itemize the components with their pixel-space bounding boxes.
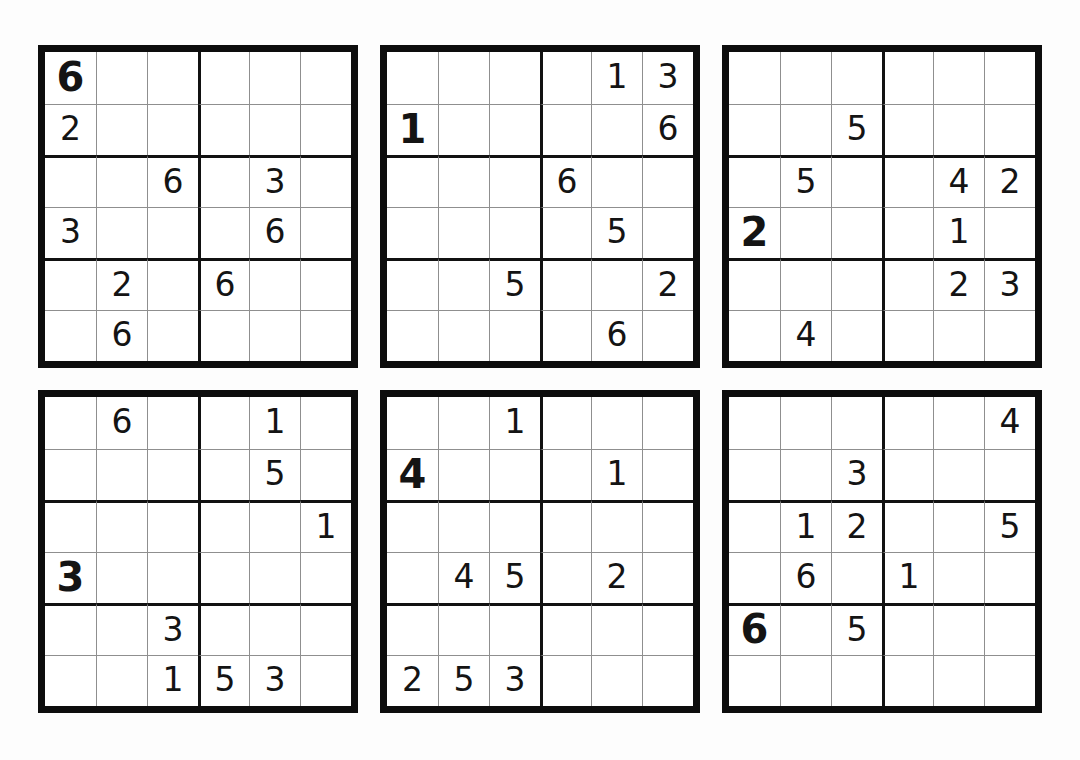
cell-r5c6[interactable]	[642, 603, 693, 655]
clue-digit: 3	[265, 165, 286, 198]
cell-r5c3[interactable]: 5	[489, 258, 540, 310]
cell-r4c1[interactable]	[387, 552, 438, 604]
clue-digit: 5	[847, 613, 868, 646]
cell-r3c5[interactable]	[591, 155, 642, 207]
cell-r1c1[interactable]	[45, 397, 96, 449]
sudoku-board-4: 615133153	[38, 390, 358, 713]
cell-r6c1[interactable]	[45, 655, 96, 707]
cell-r6c2[interactable]	[780, 655, 831, 707]
cell-r1c3[interactable]	[831, 397, 882, 449]
cell-r1c4[interactable]	[540, 52, 591, 104]
cell-r4c1[interactable]: 3	[45, 207, 96, 259]
clue-digit: 3	[658, 60, 679, 93]
cell-r4c4[interactable]	[882, 207, 933, 259]
cell-r3c1[interactable]	[45, 500, 96, 552]
cell-r1c6[interactable]: 4	[984, 397, 1035, 449]
cell-r1c3[interactable]: 1	[489, 397, 540, 449]
cell-r3c2[interactable]	[438, 155, 489, 207]
cell-r2c1[interactable]	[729, 104, 780, 156]
cell-r4c1[interactable]: 2	[729, 207, 780, 259]
clue-digit: 2	[607, 560, 628, 593]
cell-r2c6[interactable]	[984, 449, 1035, 501]
cell-r1c5[interactable]: 1	[591, 52, 642, 104]
clue-digit: 3	[1000, 268, 1021, 301]
clue-digit: 5	[505, 268, 526, 301]
cell-r3c1[interactable]	[387, 155, 438, 207]
cell-r3c1[interactable]	[729, 155, 780, 207]
cell-r5c4[interactable]	[540, 603, 591, 655]
cell-r1c2[interactable]	[438, 52, 489, 104]
bold-clue-digit: 4	[399, 454, 427, 494]
cell-r6c1[interactable]	[729, 655, 780, 707]
cell-r3c4[interactable]	[198, 155, 249, 207]
cell-r2c4[interactable]	[540, 449, 591, 501]
cell-r2c1[interactable]: 2	[45, 104, 96, 156]
cell-r1c5[interactable]	[933, 52, 984, 104]
cell-r5c3[interactable]: 5	[831, 603, 882, 655]
cell-r2c3[interactable]	[147, 449, 198, 501]
cell-r2c3[interactable]: 3	[831, 449, 882, 501]
clue-digit: 1	[949, 215, 970, 248]
cell-r4c1[interactable]	[729, 552, 780, 604]
cell-r4c5[interactable]: 2	[591, 552, 642, 604]
cell-r2c3[interactable]: 5	[831, 104, 882, 156]
cell-r6c1[interactable]	[387, 310, 438, 362]
clue-digit: 6	[265, 215, 286, 248]
cell-r6c6[interactable]	[642, 310, 693, 362]
clue-digit: 2	[949, 268, 970, 301]
cell-r5c6[interactable]: 2	[642, 258, 693, 310]
cell-r5c2[interactable]	[438, 258, 489, 310]
cell-r6c4[interactable]	[198, 310, 249, 362]
cell-r3c4[interactable]: 6	[540, 155, 591, 207]
clue-digit: 1	[607, 60, 628, 93]
cell-r2c2[interactable]	[438, 449, 489, 501]
cell-r1c1[interactable]	[387, 397, 438, 449]
cell-r2c1[interactable]	[729, 449, 780, 501]
cell-r2c3[interactable]	[147, 104, 198, 156]
clue-digit: 5	[215, 663, 236, 696]
cell-r4c4[interactable]	[198, 207, 249, 259]
cell-r4c6[interactable]	[984, 552, 1035, 604]
cell-r4c3[interactable]	[831, 552, 882, 604]
cell-r2c2[interactable]	[96, 449, 147, 501]
clue-digit: 6	[112, 405, 133, 438]
cell-r1c4[interactable]	[198, 52, 249, 104]
cell-r6c2[interactable]: 6	[96, 310, 147, 362]
cell-r2c6[interactable]	[984, 104, 1035, 156]
cell-r3c6[interactable]: 1	[300, 500, 351, 552]
cell-r1c6[interactable]	[300, 397, 351, 449]
clue-digit: 2	[658, 268, 679, 301]
cell-r5c5[interactable]	[249, 258, 300, 310]
clue-digit: 1	[163, 663, 184, 696]
cell-r2c6[interactable]: 6	[642, 104, 693, 156]
cell-r2c6[interactable]	[300, 449, 351, 501]
cell-r1c1[interactable]	[729, 52, 780, 104]
cell-r1c1[interactable]	[729, 397, 780, 449]
clue-digit: 3	[60, 215, 81, 248]
cell-r5c6[interactable]	[300, 258, 351, 310]
cell-r2c2[interactable]	[438, 104, 489, 156]
cell-r3c1[interactable]	[729, 500, 780, 552]
cell-r1c4[interactable]	[540, 397, 591, 449]
cell-r2c3[interactable]	[489, 449, 540, 501]
cell-r5c1[interactable]: 6	[729, 603, 780, 655]
bold-clue-digit: 3	[57, 557, 85, 597]
sudoku-board-5: 141452253	[380, 390, 700, 713]
cell-r4c3[interactable]: 5	[489, 552, 540, 604]
cell-r2c2[interactable]	[96, 104, 147, 156]
cell-r1c2[interactable]	[780, 397, 831, 449]
clue-digit: 1	[607, 457, 628, 490]
clue-digit: 2	[847, 510, 868, 543]
cell-r4c6[interactable]	[642, 552, 693, 604]
cell-r3c4[interactable]	[882, 155, 933, 207]
cell-r3c2[interactable]	[438, 500, 489, 552]
cell-r4c6[interactable]	[984, 207, 1035, 259]
bold-clue-digit: 1	[399, 109, 427, 149]
clue-digit: 5	[796, 165, 817, 198]
cell-r2c2[interactable]	[780, 449, 831, 501]
clue-digit: 3	[163, 613, 184, 646]
cell-r1c3[interactable]	[147, 397, 198, 449]
cell-r5c6[interactable]: 3	[984, 258, 1035, 310]
cell-r5c5[interactable]: 2	[933, 258, 984, 310]
clue-digit: 2	[402, 663, 423, 696]
cell-r3c3[interactable]	[489, 155, 540, 207]
cell-r6c3[interactable]: 1	[147, 655, 198, 707]
cell-r3c2[interactable]: 5	[780, 155, 831, 207]
cell-r4c4[interactable]	[540, 207, 591, 259]
cell-r3c6[interactable]: 5	[984, 500, 1035, 552]
bold-clue-digit: 6	[741, 609, 769, 649]
cell-r3c2[interactable]: 1	[780, 500, 831, 552]
sudoku-worksheet: 626336266 131665526 554221234 615133153 …	[0, 0, 1080, 760]
cell-r3c4[interactable]	[540, 500, 591, 552]
cell-r6c3[interactable]	[147, 310, 198, 362]
cell-r6c5[interactable]: 6	[591, 310, 642, 362]
cell-r3c1[interactable]	[387, 500, 438, 552]
clue-digit: 1	[796, 510, 817, 543]
cell-r6c5[interactable]: 3	[249, 655, 300, 707]
cell-r1c2[interactable]	[96, 52, 147, 104]
clue-digit: 4	[454, 560, 475, 593]
cell-r2c4[interactable]	[882, 104, 933, 156]
cell-r3c6[interactable]: 2	[984, 155, 1035, 207]
cell-r6c3[interactable]	[831, 655, 882, 707]
cell-r6c5[interactable]	[591, 655, 642, 707]
cell-r2c1[interactable]: 4	[387, 449, 438, 501]
cell-r2c4[interactable]	[198, 449, 249, 501]
cell-r6c3[interactable]: 3	[489, 655, 540, 707]
cell-r2c1[interactable]: 1	[387, 104, 438, 156]
clue-digit: 3	[505, 663, 526, 696]
cell-r6c3[interactable]	[831, 310, 882, 362]
cell-r3c5[interactable]: 4	[933, 155, 984, 207]
cell-r4c5[interactable]	[933, 552, 984, 604]
cell-r4c3[interactable]	[831, 207, 882, 259]
cell-r5c6[interactable]	[984, 603, 1035, 655]
cell-r6c6[interactable]	[984, 655, 1035, 707]
cell-r4c6[interactable]	[642, 207, 693, 259]
cell-r4c2[interactable]	[96, 207, 147, 259]
clue-digit: 1	[265, 405, 286, 438]
cell-r3c6[interactable]	[642, 155, 693, 207]
cell-r3c6[interactable]	[300, 155, 351, 207]
cell-r4c2[interactable]: 4	[438, 552, 489, 604]
cell-r4c3[interactable]	[489, 207, 540, 259]
cell-r5c2[interactable]	[438, 603, 489, 655]
clue-digit: 6	[658, 112, 679, 145]
cell-r6c6[interactable]	[642, 655, 693, 707]
cell-r1c4[interactable]	[882, 52, 933, 104]
cell-r6c6[interactable]	[300, 310, 351, 362]
cell-r5c2[interactable]: 2	[96, 258, 147, 310]
cell-r3c2[interactable]	[96, 500, 147, 552]
cell-r1c5[interactable]	[933, 397, 984, 449]
cell-r3c5[interactable]	[591, 500, 642, 552]
sudoku-board-6: 431256165	[722, 390, 1042, 713]
cell-r1c4[interactable]	[882, 397, 933, 449]
cell-r2c2[interactable]	[780, 104, 831, 156]
clue-digit: 4	[1000, 405, 1021, 438]
cell-r3c3[interactable]	[489, 500, 540, 552]
cell-r6c2[interactable]: 5	[438, 655, 489, 707]
cell-r3c5[interactable]	[249, 500, 300, 552]
cell-r3c3[interactable]: 6	[147, 155, 198, 207]
cell-r1c6[interactable]: 3	[642, 52, 693, 104]
clue-digit: 6	[112, 318, 133, 351]
cell-r3c2[interactable]	[96, 155, 147, 207]
clue-digit: 4	[796, 318, 817, 351]
cell-r6c1[interactable]	[45, 310, 96, 362]
cell-r5c4[interactable]: 6	[198, 258, 249, 310]
cell-r6c4[interactable]	[882, 310, 933, 362]
cell-r5c3[interactable]	[831, 258, 882, 310]
cell-r3c4[interactable]	[198, 500, 249, 552]
cell-r1c5[interactable]	[249, 52, 300, 104]
cell-r2c5[interactable]	[933, 449, 984, 501]
cell-r6c5[interactable]	[933, 310, 984, 362]
cell-r4c4[interactable]	[198, 552, 249, 604]
clue-digit: 5	[505, 560, 526, 593]
cell-r6c4[interactable]	[540, 655, 591, 707]
cell-r5c3[interactable]	[489, 603, 540, 655]
cell-r2c5[interactable]	[249, 104, 300, 156]
cell-r6c4[interactable]: 5	[198, 655, 249, 707]
cell-r4c5[interactable]: 1	[933, 207, 984, 259]
cell-r1c6[interactable]	[984, 52, 1035, 104]
cell-r2c6[interactable]	[642, 449, 693, 501]
clue-digit: 6	[163, 165, 184, 198]
clue-digit: 5	[1000, 510, 1021, 543]
cell-r1c5[interactable]: 1	[249, 397, 300, 449]
clue-digit: 1	[899, 560, 920, 593]
clue-digit: 1	[316, 510, 337, 543]
sudoku-board-2: 131665526	[380, 45, 700, 368]
cell-r4c5[interactable]	[249, 552, 300, 604]
clue-digit: 6	[796, 560, 817, 593]
cell-r5c5[interactable]	[249, 603, 300, 655]
cell-r3c6[interactable]	[642, 500, 693, 552]
cell-r4c3[interactable]	[147, 207, 198, 259]
cell-r5c2[interactable]	[780, 258, 831, 310]
cell-r6c2[interactable]: 4	[780, 310, 831, 362]
cell-r1c3[interactable]	[147, 52, 198, 104]
cell-r4c5[interactable]: 5	[591, 207, 642, 259]
cell-r5c1[interactable]	[45, 603, 96, 655]
cell-r2c5[interactable]	[591, 104, 642, 156]
cell-r4c2[interactable]	[96, 552, 147, 604]
clue-digit: 6	[215, 268, 236, 301]
cell-r3c3[interactable]	[831, 155, 882, 207]
clue-digit: 5	[607, 215, 628, 248]
clue-digit: 6	[607, 318, 628, 351]
cell-r6c4[interactable]	[882, 655, 933, 707]
cell-r5c2[interactable]	[780, 603, 831, 655]
cell-r4c1[interactable]: 3	[45, 552, 96, 604]
sudoku-board-3: 554221234	[722, 45, 1042, 368]
cell-r2c5[interactable]: 1	[591, 449, 642, 501]
cell-r5c5[interactable]	[591, 603, 642, 655]
cell-r6c5[interactable]	[933, 655, 984, 707]
cell-r5c5[interactable]	[591, 258, 642, 310]
cell-r3c4[interactable]	[882, 500, 933, 552]
clue-digit: 5	[847, 112, 868, 145]
cell-r1c1[interactable]: 6	[45, 52, 96, 104]
cell-r2c1[interactable]	[45, 449, 96, 501]
cell-r2c3[interactable]	[489, 104, 540, 156]
cell-r5c6[interactable]	[300, 603, 351, 655]
clue-digit: 2	[60, 112, 81, 145]
cell-r5c4[interactable]	[198, 603, 249, 655]
cell-r2c6[interactable]	[300, 104, 351, 156]
cell-r5c4[interactable]	[882, 603, 933, 655]
cell-r2c5[interactable]	[933, 104, 984, 156]
cell-r1c5[interactable]	[591, 397, 642, 449]
cell-r2c4[interactable]	[198, 104, 249, 156]
cell-r2c5[interactable]: 5	[249, 449, 300, 501]
cell-r5c3[interactable]	[147, 258, 198, 310]
cell-r5c1[interactable]	[387, 258, 438, 310]
cell-r4c6[interactable]	[300, 207, 351, 259]
cell-r1c3[interactable]	[831, 52, 882, 104]
clue-digit: 5	[454, 663, 475, 696]
clue-digit: 1	[505, 405, 526, 438]
cell-r2c4[interactable]	[540, 104, 591, 156]
cell-r1c4[interactable]	[198, 397, 249, 449]
clue-digit: 5	[265, 457, 286, 490]
bold-clue-digit: 2	[741, 212, 769, 252]
cell-r5c5[interactable]	[933, 603, 984, 655]
cell-r4c1[interactable]	[387, 207, 438, 259]
cell-r4c3[interactable]	[147, 552, 198, 604]
cell-r5c1[interactable]	[729, 258, 780, 310]
clue-digit: 3	[847, 457, 868, 490]
cell-r5c1[interactable]	[387, 603, 438, 655]
cell-r5c4[interactable]	[540, 258, 591, 310]
cell-r6c1[interactable]	[729, 310, 780, 362]
cell-r1c3[interactable]	[489, 52, 540, 104]
cell-r1c1[interactable]	[387, 52, 438, 104]
cell-r4c2[interactable]: 6	[780, 552, 831, 604]
cell-r2c4[interactable]	[882, 449, 933, 501]
clue-digit: 3	[265, 663, 286, 696]
cell-r1c6[interactable]	[642, 397, 693, 449]
clue-digit: 2	[1000, 165, 1021, 198]
cell-r3c1[interactable]	[45, 155, 96, 207]
cell-r6c2[interactable]	[438, 310, 489, 362]
cell-r3c3[interactable]	[147, 500, 198, 552]
cell-r1c6[interactable]	[300, 52, 351, 104]
cell-r6c6[interactable]	[300, 655, 351, 707]
cell-r4c4[interactable]	[540, 552, 591, 604]
cell-r4c4[interactable]: 1	[882, 552, 933, 604]
cell-r5c1[interactable]	[45, 258, 96, 310]
cell-r5c2[interactable]	[96, 603, 147, 655]
cell-r1c2[interactable]	[438, 397, 489, 449]
clue-digit: 4	[949, 165, 970, 198]
cell-r6c4[interactable]	[540, 310, 591, 362]
cell-r6c2[interactable]	[96, 655, 147, 707]
cell-r6c1[interactable]: 2	[387, 655, 438, 707]
cell-r6c5[interactable]	[249, 310, 300, 362]
cell-r3c5[interactable]	[933, 500, 984, 552]
cell-r6c6[interactable]	[984, 310, 1035, 362]
clue-digit: 2	[112, 268, 133, 301]
cell-r6c3[interactable]	[489, 310, 540, 362]
clue-digit: 6	[557, 165, 578, 198]
cell-r1c2[interactable]: 6	[96, 397, 147, 449]
sudoku-board-1: 626336266	[38, 45, 358, 368]
cell-r4c6[interactable]	[300, 552, 351, 604]
cell-r5c3[interactable]: 3	[147, 603, 198, 655]
bold-clue-digit: 6	[57, 57, 85, 97]
cell-r4c2[interactable]	[780, 207, 831, 259]
cell-r3c5[interactable]: 3	[249, 155, 300, 207]
cell-r3c3[interactable]: 2	[831, 500, 882, 552]
cell-r5c4[interactable]	[882, 258, 933, 310]
cell-r1c2[interactable]	[780, 52, 831, 104]
cell-r4c5[interactable]: 6	[249, 207, 300, 259]
cell-r4c2[interactable]	[438, 207, 489, 259]
